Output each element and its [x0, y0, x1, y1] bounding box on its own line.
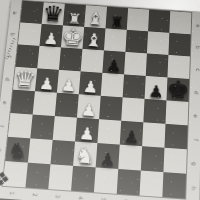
piece-white-pawn-d4: ♟ [82, 79, 99, 96]
square-f4: ♟ [75, 118, 99, 143]
square-c5: ♟ [102, 50, 125, 74]
right-file-label-d: d [193, 91, 199, 95]
square-d3: ♟ [57, 70, 81, 94]
square-c7 [146, 53, 169, 77]
photo-stage: ♛♜♝♜♟♚♝♟♛♟♟♟♟♚♟♟♟♞♞♟ ❖ aabbccddeeffgghh1… [0, 0, 200, 200]
square-d7: ♟ [145, 76, 168, 100]
square-f5 [97, 119, 121, 144]
piece-white-bishop-b4: ♝ [84, 31, 103, 50]
square-f1 [8, 113, 33, 138]
square-d5 [101, 73, 124, 97]
square-b2: ♟ [39, 24, 62, 48]
square-h7 [140, 171, 164, 197]
right-file-label-e: e [193, 114, 199, 118]
piece-white-knight-g4: ♞ [74, 144, 96, 167]
square-a4: ♝ [84, 5, 107, 28]
piece-white-pawn-d2: ♟ [38, 76, 55, 93]
square-e6 [121, 97, 144, 122]
square-b1 [18, 22, 42, 45]
square-g4: ♞ [73, 141, 97, 167]
square-g7 [141, 146, 165, 172]
piece-black-pawn-d7: ♟ [148, 83, 164, 100]
square-d1: ♛ [13, 67, 37, 91]
square-d4: ♟ [79, 71, 103, 95]
square-h6 [117, 169, 141, 195]
piece-white-pawn-f4: ♟ [78, 125, 95, 143]
square-e3 [55, 93, 79, 118]
square-c2 [37, 46, 61, 70]
square-c3 [59, 47, 83, 71]
piece-black-rook-a5: ♜ [109, 14, 124, 29]
right-file-label-b: b [195, 46, 200, 50]
piece-black-pawn-g5: ♟ [99, 151, 116, 169]
corner-emblem-icon: ❖ [0, 167, 12, 192]
right-file-label-c: c [194, 68, 200, 71]
piece-black-pawn-c5: ♟ [106, 57, 122, 74]
square-c6 [124, 52, 147, 76]
square-f8 [164, 124, 187, 149]
square-h4 [71, 166, 96, 192]
right-file-label-f: f [193, 139, 199, 141]
right-file-label-g: g [191, 162, 197, 166]
square-a6 [127, 8, 149, 31]
left-file-label-d: d [4, 78, 10, 82]
square-b6 [125, 30, 148, 54]
square-a1 [20, 1, 43, 24]
left-file-label-g: g [0, 148, 3, 152]
square-h3 [48, 164, 73, 190]
piece-white-pawn-d3: ♟ [60, 77, 77, 94]
piece-black-queen-a2: ♛ [41, 2, 65, 25]
board-grid: ♛♜♝♜♟♚♝♟♛♟♟♟♟♚♟♟♟♞♞♟ [3, 1, 192, 199]
rank-label-6: 6 [123, 199, 129, 200]
square-f2 [30, 115, 54, 140]
piece-white-pawn-b2: ♟ [43, 31, 59, 47]
square-h2 [25, 163, 50, 189]
square-h5 [94, 167, 118, 193]
square-g6 [118, 145, 142, 171]
rank-label-5: 5 [100, 198, 106, 200]
square-a8 [169, 11, 191, 34]
rank-label-1: 1 [9, 191, 15, 195]
piece-white-queen-d1: ♛ [13, 67, 37, 91]
rank-label-2: 2 [31, 193, 37, 197]
square-b7 [147, 31, 169, 55]
square-f3 [53, 116, 77, 141]
piece-white-pawn-e4: ♟ [80, 102, 97, 119]
square-a5: ♜ [105, 7, 128, 30]
right-file-label-h: h [191, 187, 197, 191]
square-e5 [99, 96, 123, 121]
piece-black-pawn-f6: ♟ [123, 128, 140, 146]
right-file-label-a: a [196, 24, 200, 27]
square-a2: ♛ [42, 2, 65, 25]
rank-label-4: 4 [77, 196, 83, 200]
square-d6 [123, 74, 146, 98]
square-e8 [165, 100, 188, 125]
left-file-label-f: f [0, 125, 4, 127]
square-g2 [28, 138, 53, 164]
square-c4 [81, 49, 104, 73]
square-g1: ♞ [5, 137, 30, 163]
square-b3: ♚ [61, 25, 84, 49]
chess-board: ♛♜♝♜♟♚♝♟♛♟♟♟♟♚♟♟♟♞♞♟ ❖ aabbccddeeffgghh1… [0, 0, 200, 200]
square-b8 [168, 33, 190, 57]
left-file-label-a: a [12, 11, 18, 14]
square-h8 [162, 172, 186, 198]
square-e4: ♟ [77, 94, 101, 119]
square-e2 [33, 91, 57, 116]
left-file-label-b: b [9, 33, 15, 37]
square-g5: ♟ [96, 143, 120, 169]
piece-black-king-d8: ♚ [166, 77, 190, 102]
piece-black-knight-g1: ♞ [6, 140, 28, 163]
square-e7 [143, 99, 166, 124]
square-g8 [163, 148, 186, 174]
square-b4: ♝ [82, 27, 105, 51]
square-f7 [142, 122, 165, 147]
piece-white-bishop-a4: ♝ [86, 10, 105, 29]
square-b5 [104, 28, 127, 52]
square-d8: ♚ [166, 77, 189, 102]
left-file-label-e: e [2, 101, 8, 105]
square-g3 [50, 140, 75, 166]
square-a7 [148, 10, 170, 33]
square-d2: ♟ [35, 68, 59, 92]
square-e1 [11, 90, 35, 115]
rank-label-3: 3 [54, 194, 60, 198]
square-f6: ♟ [120, 121, 144, 146]
piece-white-king-b3: ♚ [60, 25, 84, 49]
